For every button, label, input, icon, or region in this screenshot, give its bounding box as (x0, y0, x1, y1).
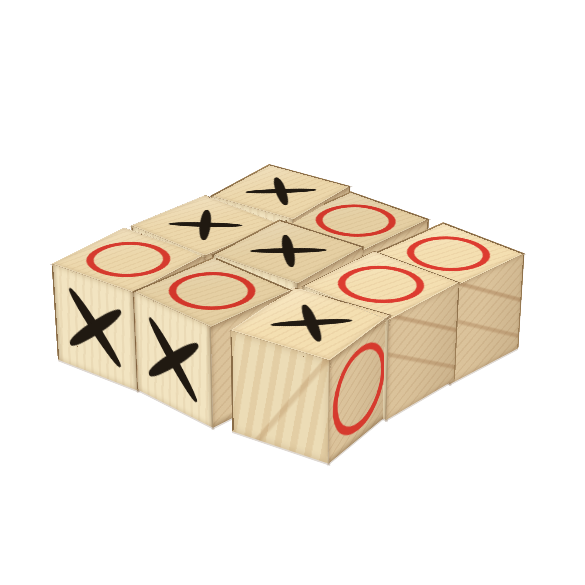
board-photo-scene (0, 0, 585, 585)
tictactoe-board (61, 252, 513, 467)
cube-r3c3[interactable] (232, 385, 388, 464)
